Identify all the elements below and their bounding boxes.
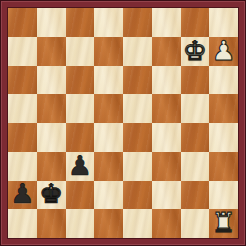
square-f5[interactable] [152,94,181,123]
piece-white-rook-h1[interactable]: ♜ [212,209,236,236]
square-a1[interactable] [8,209,37,238]
square-a8[interactable] [8,8,37,37]
square-f4[interactable] [152,123,181,152]
square-f1[interactable] [152,209,181,238]
square-b4[interactable] [37,123,66,152]
square-b7[interactable] [37,37,66,66]
square-c2[interactable] [66,181,95,210]
square-d3[interactable] [94,152,123,181]
square-f8[interactable] [152,8,181,37]
square-h1[interactable]: ♜ [209,209,238,238]
square-d4[interactable] [94,123,123,152]
square-d6[interactable] [94,66,123,95]
square-a3[interactable] [8,152,37,181]
square-c4[interactable] [66,123,95,152]
square-a4[interactable] [8,123,37,152]
square-d8[interactable] [94,8,123,37]
square-h6[interactable] [209,66,238,95]
square-f6[interactable] [152,66,181,95]
square-c5[interactable] [66,94,95,123]
square-h5[interactable] [209,94,238,123]
square-g8[interactable] [181,8,210,37]
board-frame: ♚♟♟♟♚♜ [0,0,246,246]
square-h2[interactable] [209,181,238,210]
square-c8[interactable] [66,8,95,37]
square-b1[interactable] [37,209,66,238]
square-e7[interactable] [123,37,152,66]
square-e8[interactable] [123,8,152,37]
square-h8[interactable] [209,8,238,37]
square-b6[interactable] [37,66,66,95]
square-e1[interactable] [123,209,152,238]
piece-black-king-b2[interactable]: ♚ [39,181,63,208]
square-h3[interactable] [209,152,238,181]
square-c1[interactable] [66,209,95,238]
square-e5[interactable] [123,94,152,123]
square-g4[interactable] [181,123,210,152]
square-b5[interactable] [37,94,66,123]
square-g3[interactable] [181,152,210,181]
square-b3[interactable] [37,152,66,181]
piece-white-pawn-h7[interactable]: ♟ [212,37,236,64]
square-a6[interactable] [8,66,37,95]
piece-white-king-g7[interactable]: ♚ [183,37,207,64]
square-h7[interactable]: ♟ [209,37,238,66]
square-e2[interactable] [123,181,152,210]
square-g5[interactable] [181,94,210,123]
square-f3[interactable] [152,152,181,181]
square-d2[interactable] [94,181,123,210]
square-c7[interactable] [66,37,95,66]
square-b2[interactable]: ♚ [37,181,66,210]
square-d5[interactable] [94,94,123,123]
square-c6[interactable] [66,66,95,95]
piece-black-pawn-a2[interactable]: ♟ [10,181,34,208]
square-e6[interactable] [123,66,152,95]
square-c3[interactable]: ♟ [66,152,95,181]
square-a2[interactable]: ♟ [8,181,37,210]
square-g2[interactable] [181,181,210,210]
square-d1[interactable] [94,209,123,238]
square-b8[interactable] [37,8,66,37]
square-g1[interactable] [181,209,210,238]
square-f2[interactable] [152,181,181,210]
square-g7[interactable]: ♚ [181,37,210,66]
square-h4[interactable] [209,123,238,152]
chess-board: ♚♟♟♟♚♜ [8,8,238,238]
piece-black-pawn-c3[interactable]: ♟ [68,152,92,179]
square-e4[interactable] [123,123,152,152]
square-d7[interactable] [94,37,123,66]
square-g6[interactable] [181,66,210,95]
square-a7[interactable] [8,37,37,66]
square-a5[interactable] [8,94,37,123]
square-e3[interactable] [123,152,152,181]
square-f7[interactable] [152,37,181,66]
